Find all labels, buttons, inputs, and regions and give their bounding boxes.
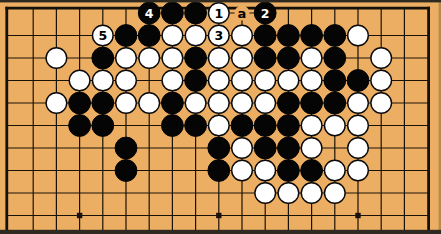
white-stone [162, 48, 183, 69]
black-stone [301, 160, 323, 182]
move-number: 4 [145, 6, 154, 21]
black-stone [278, 137, 300, 159]
black-stone [301, 25, 323, 47]
black-stone [92, 47, 114, 69]
white-stone [232, 48, 253, 69]
black-stone [254, 25, 276, 47]
black-stone [115, 25, 137, 47]
black-stone [278, 25, 300, 47]
white-stone [185, 25, 206, 46]
top-crop-strip [0, 0, 441, 2]
go-board-diagram: 12345a [0, 0, 441, 234]
black-stone [115, 160, 137, 182]
white-stone [162, 70, 183, 91]
black-stone [278, 47, 300, 69]
white-stone [301, 115, 322, 136]
white-stone [255, 160, 276, 181]
white-stone [116, 48, 137, 69]
star-point [355, 213, 360, 218]
white-stone [209, 115, 230, 136]
black-stone [254, 115, 276, 137]
white-stone [255, 93, 276, 114]
move-number: 2 [261, 6, 270, 21]
white-stone [139, 93, 160, 114]
star-point [216, 213, 221, 218]
black-stone [185, 115, 207, 137]
white-stone [348, 138, 369, 159]
black-stone [185, 47, 207, 69]
bottom-crop-strip [0, 230, 441, 234]
black-stone [231, 115, 253, 137]
white-stone [116, 93, 137, 114]
black-stone [278, 160, 300, 182]
white-stone [93, 70, 114, 91]
black-stone [278, 115, 300, 137]
white-stone [348, 115, 369, 136]
white-stone [301, 48, 322, 69]
white-stone [162, 25, 183, 46]
white-stone [232, 93, 253, 114]
black-stone [208, 137, 230, 159]
white-stone [209, 48, 230, 69]
white-stone [209, 93, 230, 114]
white-stone [278, 70, 299, 91]
white-stone [348, 25, 369, 46]
black-stone [138, 25, 160, 47]
black-stone [69, 115, 91, 137]
black-stone [301, 92, 323, 114]
white-stone [185, 93, 206, 114]
white-stone [232, 70, 253, 91]
black-stone [185, 70, 207, 92]
white-stone [325, 115, 346, 136]
white-stone [371, 70, 392, 91]
white-stone [371, 48, 392, 69]
white-stone [116, 70, 137, 91]
go-board: 12345a [0, 0, 441, 234]
black-stone [254, 137, 276, 159]
black-stone [278, 92, 300, 114]
white-stone [46, 48, 67, 69]
black-stone [92, 115, 114, 137]
white-stone [348, 160, 369, 181]
white-stone [301, 138, 322, 159]
white-stone [232, 25, 253, 46]
black-stone [92, 92, 114, 114]
white-stone [278, 183, 299, 204]
white-stone [232, 160, 253, 181]
black-stone [208, 160, 230, 182]
white-stone [255, 70, 276, 91]
white-stone [209, 70, 230, 91]
white-stone [46, 93, 67, 114]
white-stone [139, 48, 160, 69]
star-point [77, 213, 82, 218]
white-stone [301, 183, 322, 204]
move-number: 3 [214, 28, 223, 43]
white-stone [255, 183, 276, 204]
black-stone [185, 2, 207, 24]
white-stone [348, 93, 369, 114]
black-stone [115, 137, 137, 159]
white-stone [232, 138, 253, 159]
black-stone [162, 92, 184, 114]
black-stone [162, 115, 184, 137]
black-stone [347, 70, 369, 92]
move-number: 5 [98, 28, 107, 43]
point-label-a: a [238, 6, 247, 21]
black-stone [324, 47, 346, 69]
move-number: 1 [214, 6, 223, 21]
black-stone [254, 47, 276, 69]
white-stone [371, 93, 392, 114]
black-stone [324, 25, 346, 47]
white-stone [325, 160, 346, 181]
black-stone [324, 92, 346, 114]
black-stone [69, 92, 91, 114]
white-stone [325, 183, 346, 204]
white-stone [69, 70, 90, 91]
black-stone [162, 2, 184, 24]
black-stone [324, 70, 346, 92]
white-stone [301, 70, 322, 91]
